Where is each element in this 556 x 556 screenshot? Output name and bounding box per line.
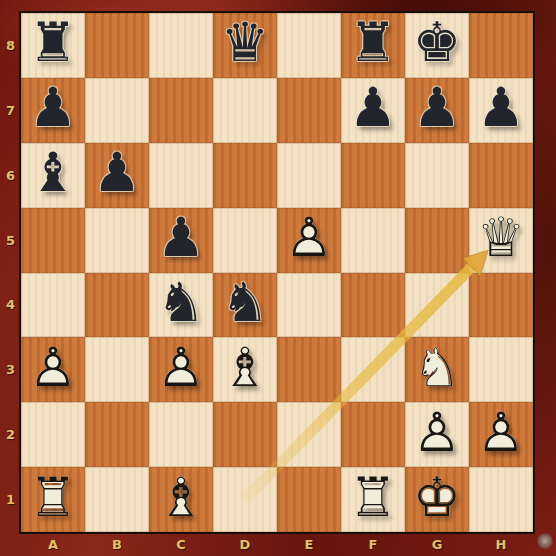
square-g4[interactable]	[405, 273, 469, 338]
rank-label-5: 5	[0, 208, 21, 273]
piece-black-queen-d8[interactable]: ♛	[213, 11, 277, 76]
piece-black-pawn-f7[interactable]: ♟	[341, 76, 405, 141]
square-a7[interactable]: ♟	[21, 78, 85, 143]
piece-black-rook-a8[interactable]: ♜	[21, 11, 85, 76]
square-d5[interactable]	[213, 208, 277, 273]
square-e7[interactable]	[277, 78, 341, 143]
piece-black-pawn-b6[interactable]: ♟	[85, 141, 149, 206]
square-c1[interactable]: ♝♗	[149, 467, 213, 532]
square-g1[interactable]: ♚♔	[405, 467, 469, 532]
square-e5[interactable]: ♟♙	[277, 208, 341, 273]
file-label-b: B	[85, 532, 149, 556]
square-b3[interactable]	[85, 337, 149, 402]
file-label-h: H	[469, 532, 533, 556]
piece-black-rook-f8[interactable]: ♜	[341, 11, 405, 76]
square-d8[interactable]: ♛	[213, 13, 277, 78]
file-label-e: E	[277, 532, 341, 556]
square-f7[interactable]: ♟	[341, 78, 405, 143]
square-f5[interactable]	[341, 208, 405, 273]
rank-label-2: 2	[0, 402, 21, 467]
square-h4[interactable]	[469, 273, 533, 338]
file-labels: ABCDEFGH	[21, 532, 533, 556]
corner-watermark-dot	[537, 533, 553, 549]
square-g5[interactable]	[405, 208, 469, 273]
piece-white-queen-outline-h5: ♕	[469, 206, 533, 271]
square-h6[interactable]	[469, 143, 533, 208]
piece-white-pawn-outline-g2: ♙	[405, 400, 469, 465]
square-h8[interactable]	[469, 13, 533, 78]
piece-black-pawn-h7[interactable]: ♟	[469, 76, 533, 141]
square-f1[interactable]: ♜♖	[341, 467, 405, 532]
square-d1[interactable]	[213, 467, 277, 532]
piece-white-rook-outline-f1: ♖	[341, 465, 405, 530]
file-label-g: G	[405, 532, 469, 556]
square-g3[interactable]: ♞♘	[405, 337, 469, 402]
rank-label-4: 4	[0, 273, 21, 338]
square-g2[interactable]: ♟♙	[405, 402, 469, 467]
square-c2[interactable]	[149, 402, 213, 467]
square-g7[interactable]: ♟	[405, 78, 469, 143]
square-b4[interactable]	[85, 273, 149, 338]
square-b1[interactable]	[85, 467, 149, 532]
square-b2[interactable]	[85, 402, 149, 467]
square-c8[interactable]	[149, 13, 213, 78]
square-c5[interactable]: ♟	[149, 208, 213, 273]
rank-label-8: 8	[0, 13, 21, 78]
piece-black-pawn-a7[interactable]: ♟	[21, 76, 85, 141]
square-c3[interactable]: ♟♙	[149, 337, 213, 402]
square-e3[interactable]	[277, 337, 341, 402]
square-a4[interactable]	[21, 273, 85, 338]
file-label-f: F	[341, 532, 405, 556]
rank-labels: 87654321	[0, 13, 21, 532]
piece-white-knight-outline-g3: ♘	[405, 335, 469, 400]
square-c6[interactable]	[149, 143, 213, 208]
square-f2[interactable]	[341, 402, 405, 467]
rank-label-7: 7	[0, 78, 21, 143]
square-c4[interactable]: ♞	[149, 273, 213, 338]
rank-label-6: 6	[0, 143, 21, 208]
chess-board: ♜♛♜♚♟♟♟♟♝♟♟♟♙♛♕♞♞♟♙♟♙♝♗♞♘♟♙♟♙♜♖♝♗♜♖♚♔	[21, 13, 533, 532]
piece-white-pawn-outline-e5: ♙	[277, 206, 341, 271]
square-b5[interactable]	[85, 208, 149, 273]
square-a8[interactable]: ♜	[21, 13, 85, 78]
square-a6[interactable]: ♝	[21, 143, 85, 208]
square-h3[interactable]	[469, 337, 533, 402]
square-h5[interactable]: ♛♕	[469, 208, 533, 273]
square-e1[interactable]	[277, 467, 341, 532]
square-d3[interactable]: ♝♗	[213, 337, 277, 402]
square-f4[interactable]	[341, 273, 405, 338]
piece-white-bishop-outline-c1: ♗	[149, 465, 213, 530]
rank-label-3: 3	[0, 337, 21, 402]
piece-white-rook-outline-a1: ♖	[21, 465, 85, 530]
piece-black-pawn-g7[interactable]: ♟	[405, 76, 469, 141]
square-f3[interactable]	[341, 337, 405, 402]
square-a2[interactable]	[21, 402, 85, 467]
square-d4[interactable]: ♞	[213, 273, 277, 338]
piece-white-bishop-outline-d3: ♗	[213, 335, 277, 400]
piece-black-bishop-a6[interactable]: ♝	[21, 141, 85, 206]
file-label-c: C	[149, 532, 213, 556]
square-c7[interactable]	[149, 78, 213, 143]
piece-black-pawn-c5[interactable]: ♟	[149, 206, 213, 271]
square-g8[interactable]: ♚	[405, 13, 469, 78]
square-b6[interactable]: ♟	[85, 143, 149, 208]
square-e6[interactable]	[277, 143, 341, 208]
square-e4[interactable]	[277, 273, 341, 338]
square-d2[interactable]	[213, 402, 277, 467]
square-a1[interactable]: ♜♖	[21, 467, 85, 532]
piece-white-pawn-outline-c3: ♙	[149, 335, 213, 400]
square-a3[interactable]: ♟♙	[21, 337, 85, 402]
square-h1[interactable]	[469, 467, 533, 532]
piece-white-king-outline-g1: ♔	[405, 465, 469, 530]
square-d6[interactable]	[213, 143, 277, 208]
square-h2[interactable]: ♟♙	[469, 402, 533, 467]
square-g6[interactable]	[405, 143, 469, 208]
file-label-d: D	[213, 532, 277, 556]
square-b7[interactable]	[85, 78, 149, 143]
rank-label-1: 1	[0, 467, 21, 532]
file-label-a: A	[21, 532, 85, 556]
square-f8[interactable]: ♜	[341, 13, 405, 78]
square-h7[interactable]: ♟	[469, 78, 533, 143]
piece-black-king-g8[interactable]: ♚	[405, 11, 469, 76]
piece-black-knight-c4[interactable]: ♞	[149, 271, 213, 336]
piece-black-knight-d4[interactable]: ♞	[213, 271, 277, 336]
piece-white-pawn-outline-a3: ♙	[21, 335, 85, 400]
square-a5[interactable]	[21, 208, 85, 273]
square-e8[interactable]	[277, 13, 341, 78]
square-f6[interactable]	[341, 143, 405, 208]
square-e2[interactable]	[277, 402, 341, 467]
board-frame: ♜♛♜♚♟♟♟♟♝♟♟♟♙♛♕♞♞♟♙♟♙♝♗♞♘♟♙♟♙♜♖♝♗♜♖♚♔ 87…	[0, 0, 556, 556]
piece-white-pawn-outline-h2: ♙	[469, 400, 533, 465]
square-d7[interactable]	[213, 78, 277, 143]
square-b8[interactable]	[85, 13, 149, 78]
